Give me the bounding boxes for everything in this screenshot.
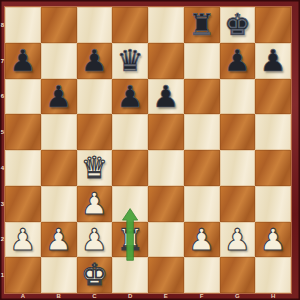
file-label-b: B	[56, 293, 60, 299]
file-label-h: H	[271, 293, 275, 299]
square-e7[interactable]	[148, 43, 184, 79]
rank-label-6: 6	[0, 93, 5, 99]
white-pawn[interactable]: ♟	[224, 222, 251, 258]
square-c7[interactable]: ♟	[77, 43, 113, 79]
white-rook[interactable]: ♜	[117, 222, 144, 258]
square-f4[interactable]	[184, 150, 220, 186]
square-e8[interactable]	[148, 7, 184, 43]
square-f7[interactable]	[184, 43, 220, 79]
square-g5[interactable]	[220, 114, 256, 150]
square-a6[interactable]	[5, 79, 41, 115]
square-e3[interactable]	[148, 186, 184, 222]
square-d8[interactable]	[112, 7, 148, 43]
rank-label-3: 3	[0, 201, 5, 207]
square-b5[interactable]	[41, 114, 77, 150]
square-h8[interactable]	[255, 7, 291, 43]
square-d1[interactable]	[112, 257, 148, 293]
square-c6[interactable]	[77, 79, 113, 115]
square-a1[interactable]	[5, 257, 41, 293]
square-c2[interactable]: ♟	[77, 222, 113, 258]
square-g2[interactable]: ♟	[220, 222, 256, 258]
white-pawn[interactable]: ♟	[81, 186, 108, 222]
rank-label-1: 1	[0, 272, 5, 278]
square-a4[interactable]	[5, 150, 41, 186]
square-a3[interactable]	[5, 186, 41, 222]
square-h6[interactable]	[255, 79, 291, 115]
square-e4[interactable]	[148, 150, 184, 186]
square-h3[interactable]	[255, 186, 291, 222]
white-pawn[interactable]: ♟	[188, 222, 215, 258]
square-f5[interactable]	[184, 114, 220, 150]
square-g4[interactable]	[220, 150, 256, 186]
square-h1[interactable]	[255, 257, 291, 293]
black-king[interactable]: ♚	[224, 7, 251, 43]
square-d4[interactable]	[112, 150, 148, 186]
square-c1[interactable]: ♚	[77, 257, 113, 293]
white-pawn[interactable]: ♟	[45, 222, 72, 258]
file-label-c: C	[92, 293, 96, 299]
square-a2[interactable]: ♟	[5, 222, 41, 258]
square-b6[interactable]: ♟	[41, 79, 77, 115]
square-a7[interactable]: ♟	[5, 43, 41, 79]
square-g7[interactable]: ♟	[220, 43, 256, 79]
file-label-d: D	[128, 293, 132, 299]
square-e1[interactable]	[148, 257, 184, 293]
black-pawn[interactable]: ♟	[9, 43, 36, 79]
square-b1[interactable]	[41, 257, 77, 293]
square-b3[interactable]	[41, 186, 77, 222]
rank-label-2: 2	[0, 236, 5, 242]
square-e2[interactable]	[148, 222, 184, 258]
file-label-a: A	[21, 293, 25, 299]
square-f2[interactable]: ♟	[184, 222, 220, 258]
square-c5[interactable]	[77, 114, 113, 150]
rank-label-8: 8	[0, 22, 5, 28]
black-pawn[interactable]: ♟	[117, 79, 144, 115]
square-g3[interactable]	[220, 186, 256, 222]
square-c3[interactable]: ♟	[77, 186, 113, 222]
square-d7[interactable]: ♛	[112, 43, 148, 79]
black-pawn[interactable]: ♟	[224, 43, 251, 79]
square-f3[interactable]	[184, 186, 220, 222]
square-e6[interactable]: ♟	[148, 79, 184, 115]
square-h4[interactable]	[255, 150, 291, 186]
square-g8[interactable]: ♚	[220, 7, 256, 43]
square-b8[interactable]	[41, 7, 77, 43]
square-d5[interactable]	[112, 114, 148, 150]
file-label-g: G	[235, 293, 240, 299]
square-b4[interactable]	[41, 150, 77, 186]
board-frame: ♜♚♟♟♛♟♟♟♟♟♛♟♟♟♟♜♟♟♟♚ 87654321ABCDEFGH	[0, 0, 300, 300]
chess-board: ♜♚♟♟♛♟♟♟♟♟♛♟♟♟♟♜♟♟♟♚	[5, 7, 291, 293]
white-king[interactable]: ♚	[81, 257, 108, 293]
black-queen[interactable]: ♛	[117, 43, 144, 79]
square-b7[interactable]	[41, 43, 77, 79]
black-pawn[interactable]: ♟	[260, 43, 287, 79]
white-pawn[interactable]: ♟	[260, 222, 287, 258]
square-d2[interactable]: ♜	[112, 222, 148, 258]
square-f1[interactable]	[184, 257, 220, 293]
white-pawn[interactable]: ♟	[81, 222, 108, 258]
square-a8[interactable]	[5, 7, 41, 43]
square-c8[interactable]	[77, 7, 113, 43]
square-e5[interactable]	[148, 114, 184, 150]
black-pawn[interactable]: ♟	[152, 79, 179, 115]
square-g1[interactable]	[220, 257, 256, 293]
rank-label-4: 4	[0, 165, 5, 171]
white-pawn[interactable]: ♟	[9, 222, 36, 258]
rank-label-5: 5	[0, 129, 5, 135]
square-f6[interactable]	[184, 79, 220, 115]
white-queen[interactable]: ♛	[81, 150, 108, 186]
black-pawn[interactable]: ♟	[81, 43, 108, 79]
file-label-e: E	[164, 293, 168, 299]
rank-label-7: 7	[0, 58, 5, 64]
square-d6[interactable]: ♟	[112, 79, 148, 115]
square-a5[interactable]	[5, 114, 41, 150]
square-d3[interactable]	[112, 186, 148, 222]
black-rook[interactable]: ♜	[188, 7, 215, 43]
square-h7[interactable]: ♟	[255, 43, 291, 79]
square-b2[interactable]: ♟	[41, 222, 77, 258]
square-c4[interactable]: ♛	[77, 150, 113, 186]
square-h5[interactable]	[255, 114, 291, 150]
file-label-f: F	[200, 293, 204, 299]
black-pawn[interactable]: ♟	[45, 79, 72, 115]
square-h2[interactable]: ♟	[255, 222, 291, 258]
square-f8[interactable]: ♜	[184, 7, 220, 43]
square-g6[interactable]	[220, 79, 256, 115]
